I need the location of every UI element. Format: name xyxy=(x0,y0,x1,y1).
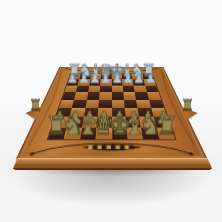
square-d6[interactable] xyxy=(99,86,111,93)
board-frame: ♜ ♜ ♜♞♝♛♚♝♞♜♟♟♟♟♟♟♟♟♟♟♟♟♟♟♟♟♜♞♝♛♚♝♞♜ xyxy=(15,67,207,160)
square-d7[interactable]: ♟ xyxy=(100,79,111,85)
board-grid[interactable]: ♜♞♝♛♚♝♞♜♟♟♟♟♟♟♟♟♟♟♟♟♟♟♟♟♜♞♝♛♚♝♞♜ xyxy=(48,74,175,139)
black-pawn[interactable]: ♟ xyxy=(77,72,89,85)
spare-piece-right[interactable]: ♜ xyxy=(179,98,194,113)
square-f5[interactable] xyxy=(123,92,136,99)
square-e7[interactable]: ♟ xyxy=(111,79,122,85)
spare-piece-left[interactable]: ♜ xyxy=(27,98,42,113)
board-front-edge xyxy=(13,158,212,170)
square-f6[interactable] xyxy=(122,86,134,93)
square-e5[interactable] xyxy=(111,92,123,99)
black-pawn[interactable]: ♟ xyxy=(88,72,100,85)
square-h5[interactable] xyxy=(146,92,160,99)
chess-board: ♜ ♜ ♜♞♝♛♚♝♞♜♟♟♟♟♟♟♟♟♟♟♟♟♟♟♟♟♜♞♝♛♚♝♞♜ xyxy=(15,67,207,160)
square-g7[interactable]: ♟ xyxy=(132,79,144,85)
white-rook[interactable]: ♜ xyxy=(155,113,178,138)
square-h1[interactable]: ♜ xyxy=(155,127,174,139)
black-pawn[interactable]: ♟ xyxy=(133,72,145,85)
square-e6[interactable] xyxy=(111,86,123,93)
black-pawn[interactable]: ♟ xyxy=(144,72,156,85)
square-a6[interactable] xyxy=(64,86,77,93)
square-d5[interactable] xyxy=(99,92,111,99)
black-pawn[interactable]: ♟ xyxy=(66,72,78,85)
square-b5[interactable] xyxy=(74,92,88,99)
scene: ♜ ♜ ♜♞♝♛♚♝♞♜♟♟♟♟♟♟♟♟♟♟♟♟♟♟♟♟♜♞♝♛♚♝♞♜ xyxy=(0,0,222,222)
photo-backdrop: ♜ ♜ ♜♞♝♛♚♝♞♜♟♟♟♟♟♟♟♟♟♟♟♟♟♟♟♟♜♞♝♛♚♝♞♜ xyxy=(0,0,222,222)
black-pawn[interactable]: ♟ xyxy=(99,72,111,85)
square-c5[interactable] xyxy=(86,92,99,99)
square-f7[interactable]: ♟ xyxy=(122,79,134,85)
square-h6[interactable] xyxy=(144,86,157,93)
square-b6[interactable] xyxy=(76,86,89,93)
black-pawn[interactable]: ♟ xyxy=(111,72,123,85)
square-c6[interactable] xyxy=(88,86,100,93)
checker-strip-inlay xyxy=(87,145,133,149)
square-h7[interactable]: ♟ xyxy=(143,79,156,85)
